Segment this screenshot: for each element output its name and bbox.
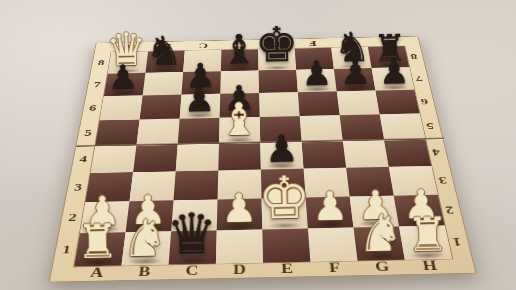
square-e4: ♟ [260, 142, 303, 170]
piece-white-pawn-f2: ♟ [312, 186, 349, 227]
rank-label-left-1: 1 [53, 233, 80, 267]
square-b2: ♟ [126, 200, 174, 232]
piece-shadow [338, 64, 367, 69]
piece-shadow [409, 252, 446, 260]
file-label-top-d: D [221, 40, 258, 50]
piece-black-pawn-a7: ♟ [107, 61, 138, 96]
rank-label-right-6: 6 [413, 89, 437, 113]
piece-shadow [109, 91, 139, 96]
piece-shadow [175, 257, 211, 265]
piece-shadow [225, 112, 255, 118]
square-a2: ♟ [80, 201, 129, 233]
square-b8: ♞ [145, 51, 184, 73]
square-a1: ♜ [74, 232, 125, 266]
square-b7 [143, 72, 184, 95]
piece-white-king-e2: ♚ [257, 168, 311, 228]
piece-black-knight-g8: ♞ [333, 26, 370, 68]
square-g1: ♞ [353, 227, 404, 261]
square-h5 [380, 114, 426, 140]
file-label-top-h: H [366, 37, 404, 47]
rank-label-left-4: 4 [71, 146, 95, 174]
piece-shadow [268, 222, 302, 229]
square-g4 [343, 140, 389, 168]
file-label-top-g: G [330, 38, 368, 48]
square-f6 [298, 91, 340, 116]
piece-shadow [127, 258, 163, 266]
square-f7: ♟ [296, 69, 336, 92]
piece-shadow [375, 63, 404, 68]
square-c5 [178, 118, 220, 144]
piece-shadow [313, 221, 348, 228]
square-a8: ♛ [108, 51, 148, 73]
piece-black-queen-c1: ♛ [166, 205, 218, 263]
piece-shadow [263, 65, 291, 70]
piece-white-pawn-b2: ♟ [130, 190, 167, 231]
square-e7 [259, 70, 298, 93]
square-h6 [375, 90, 419, 115]
file-label-top-b: B [148, 41, 185, 51]
file-label-bottom-f: F [310, 259, 359, 276]
piece-shadow [404, 219, 439, 226]
piece-shadow [113, 68, 142, 73]
rank-label-right-5: 5 [418, 113, 443, 139]
file-label-bottom-e: E [263, 260, 311, 277]
piece-white-pawn-a2: ♟ [84, 191, 121, 232]
piece-shadow [379, 85, 409, 90]
piece-white-knight-g1: ♞ [357, 207, 404, 259]
rank-label-right-1: 1 [443, 225, 472, 259]
square-e3 [261, 169, 306, 199]
piece-black-king-e8: ♚ [255, 20, 300, 70]
square-c4 [176, 143, 219, 171]
square-c1: ♛ [169, 230, 217, 264]
square-f1 [308, 228, 358, 262]
rank-label-right-8: 8 [403, 46, 425, 68]
square-c8 [183, 50, 221, 72]
piece-shadow [358, 220, 393, 227]
square-f8 [295, 48, 334, 70]
square-e2: ♚ [262, 198, 308, 230]
board-tilt-wrapper: ♛♞♝♚♞♜♟♟♟♟♟♟♟♝♟♟♟♟♚♟♟♟♜♞♛♞♜ AABBCCDDEEFF… [40, 0, 477, 282]
square-e8: ♚ [258, 48, 296, 70]
square-b5 [136, 119, 179, 145]
rank-label-left-7: 7 [86, 74, 108, 97]
piece-white-knight-b1: ♞ [121, 212, 168, 264]
square-g7: ♟ [334, 68, 376, 91]
piece-shadow [185, 113, 215, 119]
piece-white-pawn-g2: ♟ [357, 186, 394, 227]
piece-shadow [80, 259, 116, 267]
rank-label-right-2: 2 [436, 194, 464, 225]
square-a3 [85, 172, 133, 202]
square-a4 [90, 145, 136, 173]
square-e6 [259, 92, 300, 117]
rank-label-left-2: 2 [59, 202, 85, 234]
square-d1 [216, 229, 263, 263]
piece-white-pawn-d2: ♟ [221, 188, 258, 229]
piece-shadow [341, 86, 371, 91]
square-f2: ♟ [306, 197, 354, 229]
square-a7: ♟ [104, 73, 146, 96]
piece-white-rook-h1: ♜ [406, 210, 449, 258]
chess-board: ♛♞♝♚♞♜♟♟♟♟♟♟♟♝♟♟♟♟♚♟♟♟♜♞♛♞♜ AABBCCDDEEFF… [49, 36, 477, 282]
piece-black-knight-b8: ♞ [145, 30, 182, 72]
perspective-wrapper: ♛♞♝♚♞♜♟♟♟♟♟♟♟♝♟♟♟♟♚♟♟♟♜♞♛♞♜ AABBCCDDEEFF… [0, 0, 516, 290]
square-h2: ♟ [394, 195, 445, 227]
rank-label-right-3: 3 [430, 166, 457, 195]
file-label-bottom-b: B [120, 263, 169, 280]
piece-shadow [226, 66, 254, 71]
file-label-bottom-c: C [168, 262, 216, 279]
piece-white-pawn-h2: ♟ [403, 185, 440, 226]
piece-shadow [186, 89, 215, 94]
board-fold-seam [76, 137, 444, 146]
square-d5: ♝ [219, 117, 260, 143]
square-f3 [303, 168, 349, 198]
square-g3 [346, 167, 394, 197]
square-f4 [302, 141, 347, 169]
piece-white-rook-a1: ♜ [76, 217, 119, 265]
piece-shadow [131, 225, 166, 232]
file-label-top-e: E [258, 39, 295, 49]
square-a5 [95, 119, 139, 145]
square-b4 [133, 144, 178, 172]
square-c2 [171, 199, 217, 231]
square-h3 [389, 166, 438, 196]
piece-shadow [266, 163, 298, 169]
board-grid: ♛♞♝♚♞♜♟♟♟♟♟♟♟♝♟♟♟♟♚♟♟♟♜♞♛♞♜ [74, 46, 452, 266]
piece-black-bishop-d8: ♝ [221, 29, 258, 71]
file-label-bottom-h: H [405, 257, 456, 274]
file-label-top-c: C [185, 41, 222, 51]
square-b1: ♞ [121, 231, 171, 265]
square-g6 [337, 91, 380, 116]
square-c7: ♟ [181, 71, 220, 94]
piece-shadow [224, 137, 255, 143]
square-h4 [384, 139, 431, 167]
rank-label-left-5: 5 [76, 120, 99, 146]
rank-label-right-7: 7 [408, 67, 431, 90]
square-g5 [340, 114, 384, 140]
square-b6 [140, 95, 182, 120]
square-d7 [220, 70, 259, 93]
square-h1: ♜ [399, 226, 452, 260]
rank-label-left-3: 3 [65, 173, 90, 202]
piece-black-pawn-e4: ♟ [265, 130, 299, 168]
square-a6 [100, 95, 143, 120]
rank-label-left-6: 6 [81, 96, 104, 120]
piece-black-rook-h8: ♜ [373, 29, 408, 67]
square-e5 [260, 116, 302, 142]
piece-black-pawn-g7: ♟ [340, 56, 371, 91]
square-h7: ♟ [372, 67, 415, 90]
rank-label-right-4: 4 [424, 139, 450, 166]
file-label-top-f: F [294, 38, 331, 48]
piece-black-pawn-c6: ♟ [183, 82, 215, 118]
file-label-bottom-g: G [357, 258, 407, 275]
piece-white-queen-a8: ♛ [105, 26, 147, 72]
file-label-top-a: A [112, 42, 150, 52]
piece-black-pawn-h7: ♟ [379, 55, 410, 90]
square-h8: ♜ [368, 46, 409, 68]
square-c6: ♟ [180, 94, 221, 119]
piece-black-pawn-d6: ♟ [223, 81, 255, 117]
piece-black-pawn-c7: ♟ [185, 59, 216, 94]
square-d6: ♟ [220, 93, 260, 118]
chess-photo-scene: ♛♞♝♚♞♜♟♟♟♟♟♟♟♝♟♟♟♟♚♟♟♟♜♞♛♞♜ AABBCCDDEEFF… [0, 0, 516, 290]
square-g8: ♞ [331, 47, 371, 69]
square-d2: ♟ [217, 198, 263, 230]
rank-label-left-8: 8 [91, 52, 112, 74]
square-d3 [218, 170, 262, 200]
piece-shadow [150, 68, 179, 73]
square-g2: ♟ [350, 196, 399, 228]
square-d4 [218, 142, 261, 170]
file-label-bottom-d: D [216, 261, 264, 278]
square-b3 [129, 171, 175, 201]
piece-shadow [86, 226, 121, 233]
square-d8: ♝ [221, 49, 259, 71]
piece-shadow [222, 223, 256, 230]
piece-black-pawn-f7: ♟ [301, 57, 332, 92]
square-c3 [174, 170, 219, 200]
file-label-bottom-a: A [72, 264, 122, 281]
piece-shadow [363, 253, 399, 261]
piece-shadow [302, 87, 331, 92]
square-f5 [300, 115, 343, 141]
square-e1 [262, 228, 310, 262]
piece-white-bishop-d5: ♝ [219, 97, 260, 142]
